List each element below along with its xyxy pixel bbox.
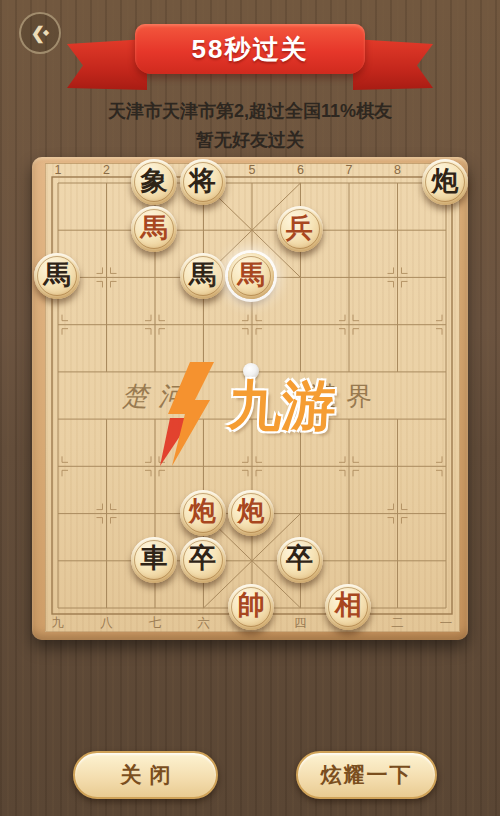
piece-red-cannon[interactable]: 炮 <box>180 490 226 536</box>
piece-black-pawn[interactable]: 卒 <box>180 537 226 583</box>
piece-black-horse[interactable]: 馬 <box>34 253 80 299</box>
piece-glyph: 馬 <box>141 215 168 242</box>
piece-red-elephant[interactable]: 相 <box>325 584 371 630</box>
xiangqi-board: 楚河 漢界 123456789 九八七六五四三二一 象将炮馬兵馬馬馬炮炮車卒卒帥… <box>32 157 468 640</box>
pieces-layer: 象将炮馬兵馬馬馬炮炮車卒卒帥相 <box>32 157 468 640</box>
ribbon-band: 58秒过关 <box>135 24 365 74</box>
piece-glyph: 馬 <box>189 262 216 289</box>
piece-glyph: 卒 <box>189 545 216 572</box>
brag-button[interactable]: 炫耀一下 <box>296 751 437 799</box>
piece-black-elephant[interactable]: 象 <box>131 159 177 205</box>
piece-black-chariot[interactable]: 車 <box>131 537 177 583</box>
result-screen: ❮ ◆ 58秒过关 天津市天津市第2,超过全国11%棋友 暂无好友过关 <box>0 0 500 816</box>
piece-red-horse[interactable]: 馬 <box>131 206 177 252</box>
piece-glyph: 将 <box>189 168 216 195</box>
piece-glyph: 炮 <box>189 498 216 525</box>
back-arrow-diamond-icon: ◆ <box>43 29 49 37</box>
piece-red-pawn[interactable]: 兵 <box>277 206 323 252</box>
piece-glyph: 兵 <box>286 215 313 242</box>
result-subtitle: 天津市天津市第2,超过全国11%棋友 暂无好友过关 <box>0 97 500 155</box>
piece-glyph: 馬 <box>44 262 71 289</box>
piece-red-cannon[interactable]: 炮 <box>228 490 274 536</box>
ribbon-title: 58秒过关 <box>192 32 309 67</box>
piece-glyph: 相 <box>335 592 362 619</box>
ribbon-banner: 58秒过关 <box>67 24 433 90</box>
piece-glyph: 車 <box>141 545 168 572</box>
rank-subtitle: 天津市天津市第2,超过全国11%棋友 <box>0 97 500 126</box>
piece-red-king[interactable]: 帥 <box>228 584 274 630</box>
piece-glyph: 卒 <box>286 545 313 572</box>
piece-glyph: 炮 <box>238 498 265 525</box>
piece-black-king[interactable]: 将 <box>180 159 226 205</box>
friends-status: 暂无好友过关 <box>0 126 500 155</box>
piece-glyph: 帥 <box>238 592 265 619</box>
piece-glyph: 炮 <box>432 168 459 195</box>
close-button[interactable]: 关闭 <box>73 751 218 799</box>
piece-glyph: 馬 <box>238 262 265 289</box>
piece-black-cannon[interactable]: 炮 <box>422 159 468 205</box>
back-button[interactable]: ❮ ◆ <box>19 12 61 54</box>
piece-red-horse[interactable]: 馬 <box>228 253 274 299</box>
piece-black-pawn[interactable]: 卒 <box>277 537 323 583</box>
piece-black-horse[interactable]: 馬 <box>180 253 226 299</box>
ribbon-tail-right <box>353 39 433 90</box>
piece-glyph: 象 <box>141 168 168 195</box>
